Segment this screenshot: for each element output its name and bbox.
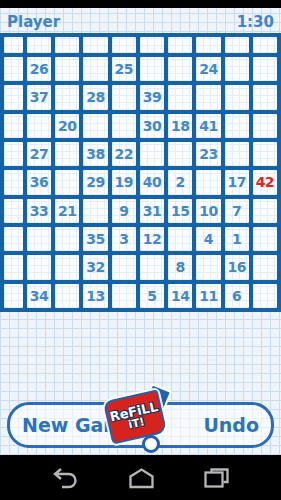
cell-r6c1[interactable] (4, 170, 23, 194)
cell-r5c2[interactable]: 27 (27, 142, 51, 166)
cell-r4c9[interactable] (225, 114, 249, 138)
recents-button[interactable] (203, 467, 230, 489)
cell-r8c10[interactable] (253, 227, 277, 251)
cell-r4c3[interactable]: 20 (55, 114, 79, 138)
cell-r8c2[interactable] (27, 227, 51, 251)
cell-r2c4[interactable] (83, 57, 107, 81)
cell-r7c8[interactable]: 10 (196, 199, 220, 223)
cell-r1c2[interactable] (27, 37, 51, 53)
cell-r5c3[interactable] (55, 142, 79, 166)
cell-r1c9[interactable] (225, 37, 249, 53)
cell-r7c6[interactable]: 31 (140, 199, 164, 223)
cell-r6c8[interactable] (196, 170, 220, 194)
cell-r5c1[interactable] (4, 142, 23, 166)
cell-r6c6[interactable]: 40 (140, 170, 164, 194)
cell-r2c2[interactable]: 26 (27, 57, 51, 81)
cell-r6c10[interactable]: 42 (253, 170, 277, 194)
cell-r10c1[interactable] (4, 284, 23, 308)
cell-r4c7[interactable]: 18 (168, 114, 192, 138)
cell-r5c6[interactable] (140, 142, 164, 166)
android-nav-bar (0, 455, 281, 500)
cell-r4c10[interactable] (253, 114, 277, 138)
cell-r2c5[interactable]: 25 (112, 57, 136, 81)
cell-r5c4[interactable]: 38 (83, 142, 107, 166)
cell-r2c7[interactable] (168, 57, 192, 81)
status-bar (0, 0, 281, 8)
cell-r9c1[interactable] (4, 255, 23, 279)
cell-r1c1[interactable] (4, 37, 23, 53)
cell-r3c7[interactable] (168, 85, 192, 109)
cell-r2c9[interactable] (225, 57, 249, 81)
logo-flag: ReFiLL iT! (102, 389, 166, 444)
cell-r4c5[interactable] (112, 114, 136, 138)
cell-r3c8[interactable] (196, 85, 220, 109)
game-board: 2625243728392030184127382223362919402174… (0, 33, 281, 312)
cell-r10c5[interactable] (112, 284, 136, 308)
cell-r3c10[interactable] (253, 85, 277, 109)
cell-r7c7[interactable]: 15 (168, 199, 192, 223)
cell-r5c10[interactable] (253, 142, 277, 166)
undo-button[interactable]: Undo (191, 405, 271, 445)
cell-r7c10[interactable] (253, 199, 277, 223)
cell-r10c7[interactable]: 14 (168, 284, 192, 308)
cell-r6c5[interactable]: 19 (112, 170, 136, 194)
cell-r3c2[interactable]: 37 (27, 85, 51, 109)
refill-it-logo: ReFiLL iT! (106, 386, 176, 454)
cell-r9c9[interactable]: 16 (225, 255, 249, 279)
cell-r4c2[interactable] (27, 114, 51, 138)
cell-r3c6[interactable]: 39 (140, 85, 164, 109)
cell-r7c9[interactable]: 7 (225, 199, 249, 223)
header: Player 1:30 (0, 8, 281, 33)
cell-r10c2[interactable]: 34 (27, 284, 51, 308)
cell-r4c6[interactable]: 30 (140, 114, 164, 138)
cell-r3c3[interactable] (55, 85, 79, 109)
cell-r10c6[interactable]: 5 (140, 284, 164, 308)
cell-r10c4[interactable]: 13 (83, 284, 107, 308)
cell-r2c10[interactable] (253, 57, 277, 81)
cell-r6c4[interactable]: 29 (83, 170, 107, 194)
cell-r8c8[interactable]: 4 (196, 227, 220, 251)
cell-r10c8[interactable]: 11 (196, 284, 220, 308)
cell-r4c1[interactable] (4, 114, 23, 138)
cell-r8c6[interactable]: 12 (140, 227, 164, 251)
cell-r8c7[interactable] (168, 227, 192, 251)
cell-r9c8[interactable] (196, 255, 220, 279)
home-icon (128, 467, 155, 489)
cell-r6c7[interactable]: 2 (168, 170, 192, 194)
app-screen: Player 1:30 2625243728392030184127382223… (0, 0, 281, 500)
cell-r5c5[interactable]: 22 (112, 142, 136, 166)
cell-r10c9[interactable]: 6 (225, 284, 249, 308)
cell-r6c9[interactable]: 17 (225, 170, 249, 194)
cell-r2c6[interactable] (140, 57, 164, 81)
cell-r4c8[interactable]: 41 (196, 114, 220, 138)
cell-r1c7[interactable] (168, 37, 192, 53)
cell-r1c8[interactable] (196, 37, 220, 53)
back-icon (52, 466, 79, 490)
cell-r8c4[interactable]: 35 (83, 227, 107, 251)
cell-r1c3[interactable] (55, 37, 79, 53)
logo-ball (142, 435, 160, 453)
cell-r9c3[interactable] (55, 255, 79, 279)
cell-r8c1[interactable] (4, 227, 23, 251)
cell-r1c10[interactable] (253, 37, 277, 53)
home-button[interactable] (128, 467, 155, 489)
cell-r7c3[interactable]: 21 (55, 199, 79, 223)
cell-r2c1[interactable] (4, 57, 23, 81)
cell-r6c3[interactable] (55, 170, 79, 194)
recents-icon (203, 467, 230, 489)
cell-r9c5[interactable] (112, 255, 136, 279)
cell-r7c4[interactable] (83, 199, 107, 223)
cell-r5c7[interactable] (168, 142, 192, 166)
player-name: Player (7, 13, 60, 31)
cell-r8c5[interactable]: 3 (112, 227, 136, 251)
cell-r9c7[interactable]: 8 (168, 255, 192, 279)
cell-r7c2[interactable]: 33 (27, 199, 51, 223)
timer: 1:30 (237, 13, 274, 31)
cell-r3c5[interactable] (112, 85, 136, 109)
cell-r8c3[interactable] (55, 227, 79, 251)
cell-r1c5[interactable] (112, 37, 136, 53)
cell-r3c9[interactable] (225, 85, 249, 109)
cell-r1c6[interactable] (140, 37, 164, 53)
cell-r1c4[interactable] (83, 37, 107, 53)
cell-r2c8[interactable]: 24 (196, 57, 220, 81)
cell-r9c2[interactable] (27, 255, 51, 279)
logo-text-line2: iT! (127, 416, 145, 430)
cell-r10c10[interactable] (253, 284, 277, 308)
cell-r3c4[interactable]: 28 (83, 85, 107, 109)
cell-r2c3[interactable] (55, 57, 79, 81)
cell-r9c4[interactable]: 32 (83, 255, 107, 279)
cell-r4c4[interactable] (83, 114, 107, 138)
cell-r3c1[interactable] (4, 85, 23, 109)
cell-r9c10[interactable] (253, 255, 277, 279)
cell-r9c6[interactable] (140, 255, 164, 279)
cell-r8c9[interactable]: 1 (225, 227, 249, 251)
cell-r5c9[interactable] (225, 142, 249, 166)
cell-r7c5[interactable]: 9 (112, 199, 136, 223)
cell-r7c1[interactable] (4, 199, 23, 223)
cell-r5c8[interactable]: 23 (196, 142, 220, 166)
cell-r6c2[interactable]: 36 (27, 170, 51, 194)
back-button[interactable] (52, 466, 79, 490)
cell-r10c3[interactable] (55, 284, 79, 308)
